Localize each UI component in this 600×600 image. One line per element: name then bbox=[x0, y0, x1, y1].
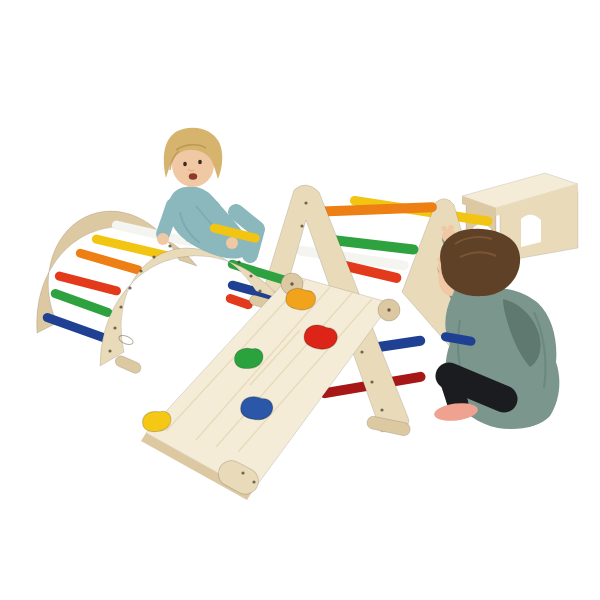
product-photo bbox=[0, 0, 600, 600]
ramp-hook-screw-right bbox=[387, 308, 390, 311]
child-left-eye-left bbox=[183, 162, 187, 166]
table-front-arch-cutout bbox=[521, 215, 541, 247]
climbing-set-illustration bbox=[0, 0, 600, 600]
child-right-calf bbox=[449, 376, 458, 404]
child-right-fingers-1 bbox=[441, 226, 447, 232]
child-left-arm-right bbox=[163, 205, 173, 234]
ramp-hook-screw-left bbox=[290, 282, 293, 285]
ramp-latch-screw-1 bbox=[241, 471, 244, 474]
ramp-latch-screw-2 bbox=[252, 480, 255, 483]
child-left-mouth bbox=[189, 173, 197, 179]
child-left-hand-left bbox=[226, 237, 238, 249]
child-left-hand-right bbox=[157, 233, 169, 245]
child-right-fingers-2 bbox=[448, 225, 454, 231]
child-left-eye-right bbox=[198, 160, 202, 164]
